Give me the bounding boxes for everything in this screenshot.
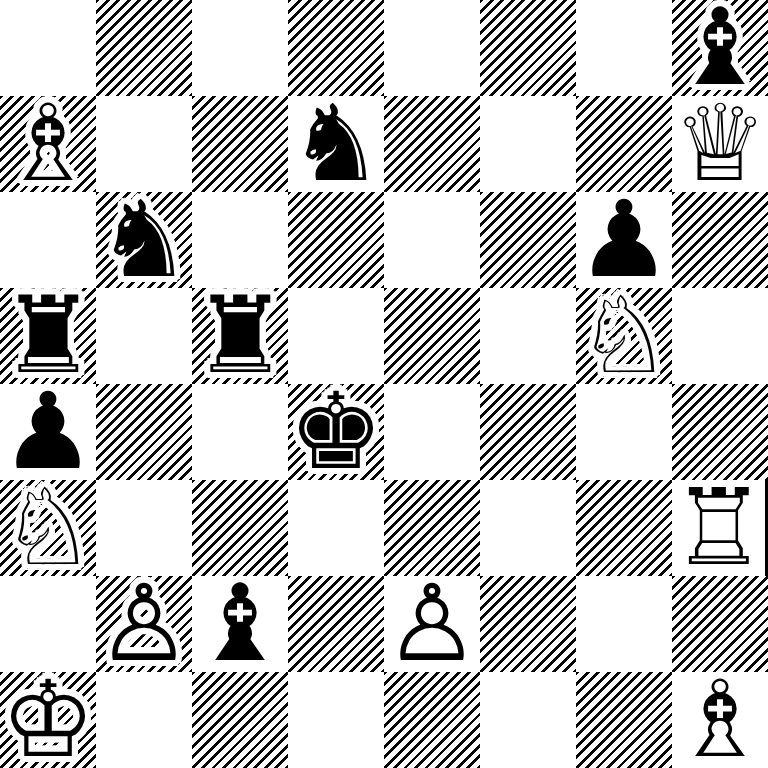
square-h6[interactable]: [672, 192, 768, 288]
square-g3[interactable]: [576, 480, 672, 576]
square-a7[interactable]: ♗: [0, 96, 96, 192]
square-a1[interactable]: ♔: [0, 672, 96, 768]
square-e6[interactable]: [384, 192, 480, 288]
white-pawn: ♙: [384, 576, 479, 672]
square-d6[interactable]: [288, 192, 384, 288]
square-d4[interactable]: ♚: [288, 384, 384, 480]
square-e5[interactable]: [384, 288, 480, 384]
square-e8[interactable]: [384, 0, 480, 96]
square-b4[interactable]: [96, 384, 192, 480]
black-rook: ♜: [192, 288, 287, 384]
square-f5[interactable]: [480, 288, 576, 384]
white-bishop: ♗: [0, 96, 95, 192]
square-d1[interactable]: [288, 672, 384, 768]
square-b1[interactable]: [96, 672, 192, 768]
square-b5[interactable]: [96, 288, 192, 384]
square-f3[interactable]: [480, 480, 576, 576]
square-g5[interactable]: ♘: [576, 288, 672, 384]
square-c7[interactable]: [192, 96, 288, 192]
white-pawn: ♙: [96, 576, 191, 672]
square-d7[interactable]: ♞: [288, 96, 384, 192]
square-h1[interactable]: ♗: [672, 672, 768, 768]
square-f6[interactable]: [480, 192, 576, 288]
square-h7[interactable]: ♕: [672, 96, 768, 192]
square-e7[interactable]: [384, 96, 480, 192]
chess-board: ♝♗♞♕♞♟♜♜♘♟♚♘♖♙♝♙♔♗: [0, 0, 768, 768]
square-c8[interactable]: [192, 0, 288, 96]
square-b2[interactable]: ♙: [96, 576, 192, 672]
white-knight: ♘: [576, 288, 671, 384]
square-c1[interactable]: [192, 672, 288, 768]
square-c2[interactable]: ♝: [192, 576, 288, 672]
square-f8[interactable]: [480, 0, 576, 96]
square-a3[interactable]: ♘: [0, 480, 96, 576]
white-queen: ♕: [672, 96, 767, 192]
square-f4[interactable]: [480, 384, 576, 480]
black-knight: ♞: [96, 192, 191, 288]
white-bishop: ♗: [672, 672, 767, 768]
square-g8[interactable]: [576, 0, 672, 96]
square-e1[interactable]: [384, 672, 480, 768]
square-b6[interactable]: ♞: [96, 192, 192, 288]
black-bishop: ♝: [192, 576, 287, 672]
square-d3[interactable]: [288, 480, 384, 576]
square-g4[interactable]: [576, 384, 672, 480]
square-h3[interactable]: ♖: [672, 480, 768, 576]
square-e4[interactable]: [384, 384, 480, 480]
square-f1[interactable]: [480, 672, 576, 768]
square-f2[interactable]: [480, 576, 576, 672]
white-knight: ♘: [0, 480, 95, 576]
white-rook: ♖: [671, 480, 766, 576]
square-g1[interactable]: [576, 672, 672, 768]
square-h5[interactable]: [672, 288, 768, 384]
square-c5[interactable]: ♜: [192, 288, 288, 384]
square-c4[interactable]: [192, 384, 288, 480]
square-b8[interactable]: [96, 0, 192, 96]
square-e2[interactable]: ♙: [384, 576, 480, 672]
square-g2[interactable]: [576, 576, 672, 672]
black-knight: ♞: [288, 96, 383, 192]
white-king: ♔: [0, 672, 95, 768]
square-f7[interactable]: [480, 96, 576, 192]
square-d2[interactable]: [288, 576, 384, 672]
black-king: ♚: [288, 384, 383, 480]
